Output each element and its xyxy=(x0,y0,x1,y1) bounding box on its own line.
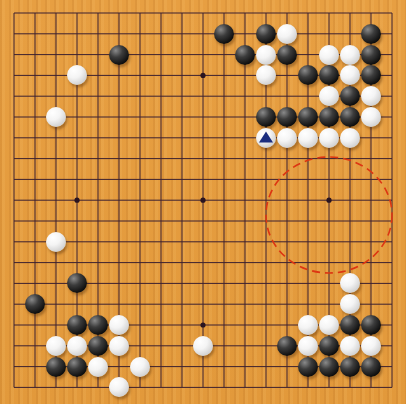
black-stone xyxy=(319,357,339,377)
star-point xyxy=(200,73,205,78)
white-stone xyxy=(298,336,318,356)
black-stone xyxy=(256,24,276,44)
white-stone xyxy=(256,128,276,148)
star-point xyxy=(326,198,331,203)
black-stone xyxy=(88,315,108,335)
black-stone xyxy=(340,315,360,335)
white-stone xyxy=(193,336,213,356)
black-stone xyxy=(319,107,339,127)
white-stone xyxy=(130,357,150,377)
black-stone xyxy=(256,107,276,127)
black-stone xyxy=(235,45,255,65)
black-stone xyxy=(361,357,381,377)
white-stone xyxy=(277,24,297,44)
white-stone xyxy=(340,336,360,356)
white-stone xyxy=(361,336,381,356)
black-stone xyxy=(298,357,318,377)
black-stone xyxy=(67,357,87,377)
white-stone xyxy=(340,128,360,148)
white-stone xyxy=(277,128,297,148)
black-stone xyxy=(298,107,318,127)
black-stone xyxy=(340,357,360,377)
black-stone xyxy=(277,107,297,127)
black-stone xyxy=(46,357,66,377)
white-stone xyxy=(361,107,381,127)
white-stone xyxy=(319,45,339,65)
white-stone xyxy=(256,45,276,65)
black-stone xyxy=(361,45,381,65)
black-stone xyxy=(88,336,108,356)
black-stone xyxy=(361,24,381,44)
star-point xyxy=(74,198,79,203)
white-stone xyxy=(298,315,318,335)
black-stone xyxy=(319,336,339,356)
go-board[interactable] xyxy=(0,0,406,404)
black-stone xyxy=(277,336,297,356)
black-stone xyxy=(277,45,297,65)
white-stone xyxy=(46,336,66,356)
black-stone xyxy=(361,315,381,335)
white-stone xyxy=(46,232,66,252)
black-stone xyxy=(214,24,234,44)
white-stone xyxy=(319,128,339,148)
white-stone xyxy=(109,315,129,335)
black-stone xyxy=(340,107,360,127)
white-stone xyxy=(46,107,66,127)
black-stone xyxy=(67,315,87,335)
white-stone xyxy=(319,315,339,335)
white-stone xyxy=(340,45,360,65)
black-stone xyxy=(109,45,129,65)
white-stone xyxy=(109,336,129,356)
white-stone xyxy=(298,128,318,148)
star-point xyxy=(200,322,205,327)
star-point xyxy=(200,198,205,203)
white-stone xyxy=(88,357,108,377)
triangle-marker xyxy=(259,131,273,142)
white-stone xyxy=(67,336,87,356)
